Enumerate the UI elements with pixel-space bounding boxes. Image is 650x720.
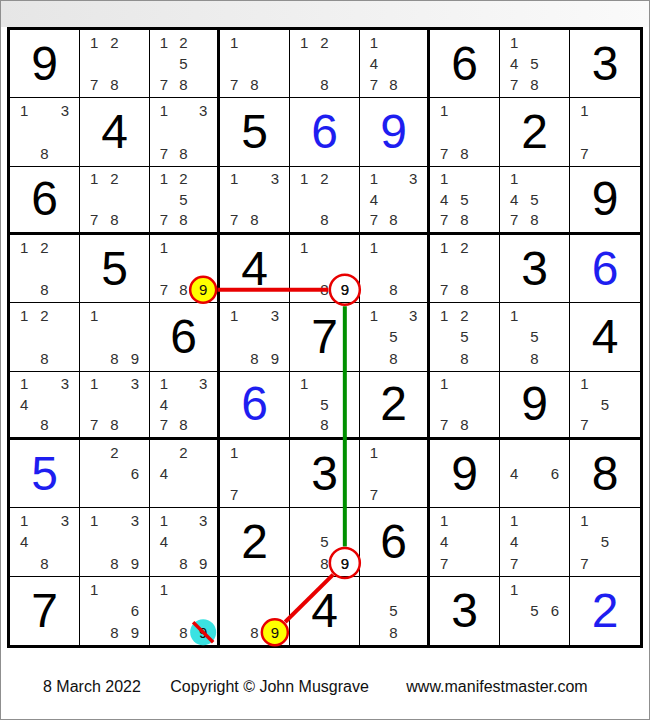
- candidate-4: 4: [504, 463, 524, 484]
- candidate-2: [595, 100, 616, 121]
- pencil-marks: 18: [360, 235, 427, 302]
- candidate-2: [34, 100, 54, 121]
- candidate-3: [475, 237, 495, 258]
- candidate-2: 2: [104, 442, 124, 463]
- candidate-7: [224, 348, 244, 369]
- cell-r4c5[interactable]: 189: [290, 235, 360, 303]
- candidate-5: [384, 189, 404, 209]
- candidate-4: [504, 326, 524, 347]
- candidate-5: [314, 53, 334, 74]
- cell-r4c3[interactable]: 1789: [150, 235, 220, 303]
- cell-r5c3[interactable]: 6: [150, 303, 220, 371]
- cell-r3c6[interactable]: 13478: [360, 167, 430, 235]
- candidate-6: [475, 121, 495, 142]
- pencil-marks: 158: [500, 303, 569, 370]
- pencil-marks: 12578: [150, 30, 217, 97]
- cell-r5c4[interactable]: 1389: [220, 303, 290, 371]
- candidate-7: 7: [434, 553, 454, 574]
- cell-r6c8[interactable]: 9: [500, 372, 570, 440]
- candidate-3: 3: [193, 100, 213, 121]
- cell-r5c6[interactable]: 1358: [360, 303, 430, 371]
- cell-r9c5[interactable]: 4: [290, 577, 360, 645]
- candidate-8: 8: [104, 74, 124, 95]
- candidate-1: 1: [154, 237, 174, 258]
- candidate-9: [55, 348, 75, 369]
- candidate-6: [475, 258, 495, 279]
- candidate-1: 1: [84, 305, 104, 326]
- candidate-3: [193, 442, 213, 463]
- candidate-9: 9: [335, 279, 355, 300]
- candidate-8: 8: [314, 553, 334, 574]
- given-digit: 6: [150, 303, 217, 370]
- pencil-marks: 46: [500, 440, 569, 507]
- candidate-8: 8: [34, 415, 54, 435]
- cell-r9c4[interactable]: 89: [220, 577, 290, 645]
- candidate-3: [545, 579, 565, 600]
- candidate-9: [193, 143, 213, 164]
- cell-r1c7[interactable]: 6: [430, 30, 500, 98]
- pencil-marks: 1348: [10, 508, 79, 575]
- cell-r1c5[interactable]: 128: [290, 30, 360, 98]
- candidate-2: [244, 32, 264, 53]
- candidate-1: 1: [84, 32, 104, 53]
- candidate-7: 7: [434, 279, 454, 300]
- candidate-4: [154, 53, 174, 74]
- candidate-6: [55, 531, 75, 552]
- cell-r2c4[interactable]: 5: [220, 98, 290, 166]
- candidate-4: [364, 463, 384, 484]
- cell-r6c1[interactable]: 1348: [10, 372, 80, 440]
- candidate-7: [14, 279, 34, 300]
- candidate-7: [504, 484, 524, 505]
- candidate-3: [545, 169, 565, 189]
- candidate-5: 5: [314, 531, 334, 552]
- candidate-2: 2: [174, 442, 194, 463]
- pencil-marks: 178: [430, 372, 499, 437]
- candidate-5: [174, 600, 194, 621]
- cell-r8c5[interactable]: 589: [290, 508, 360, 576]
- cell-r8c2[interactable]: 1389: [80, 508, 150, 576]
- candidate-8: 8: [454, 348, 474, 369]
- candidate-4: 4: [154, 531, 174, 552]
- candidate-6: [545, 53, 565, 74]
- candidate-4: 4: [434, 189, 454, 209]
- candidate-6: [193, 531, 213, 552]
- candidate-9: [125, 415, 145, 435]
- candidate-5: [34, 394, 54, 414]
- cell-r6c3[interactable]: 13478: [150, 372, 220, 440]
- candidate-7: [14, 415, 34, 435]
- candidate-3: [615, 100, 636, 121]
- candidate-8: 8: [104, 348, 124, 369]
- cell-r6c6[interactable]: 2: [360, 372, 430, 440]
- candidate-1: 1: [14, 305, 34, 326]
- candidate-1: 1: [14, 100, 34, 121]
- candidate-3: 3: [55, 510, 75, 531]
- cell-r5c5[interactable]: 7: [290, 303, 360, 371]
- pencil-marks: 14578: [500, 30, 569, 97]
- cell-r5c9[interactable]: 4: [570, 303, 640, 371]
- candidate-2: [524, 305, 544, 326]
- pencil-marks: 189: [150, 577, 217, 645]
- candidate-7: [294, 74, 314, 95]
- candidate-9: [615, 415, 636, 435]
- candidate-6: 6: [545, 463, 565, 484]
- cell-r6c5[interactable]: 158: [290, 372, 360, 440]
- candidate-2: [524, 169, 544, 189]
- candidate-7: [294, 415, 314, 435]
- candidate-7: [364, 622, 384, 643]
- candidate-9: [125, 484, 145, 505]
- candidate-8: [524, 484, 544, 505]
- cell-r6c4[interactable]: 6: [220, 372, 290, 440]
- candidate-3: [403, 32, 423, 53]
- candidate-3: [55, 237, 75, 258]
- candidate-3: [335, 510, 355, 531]
- candidate-5: [384, 258, 404, 279]
- candidate-1: 1: [294, 169, 314, 189]
- cell-r4c6[interactable]: 18: [360, 235, 430, 303]
- cell-r9c7[interactable]: 3: [430, 577, 500, 645]
- candidate-2: [524, 579, 544, 600]
- cell-r8c4[interactable]: 2: [220, 508, 290, 576]
- cell-r7c5[interactable]: 3: [290, 440, 360, 508]
- cell-r8c1[interactable]: 1348: [10, 508, 80, 576]
- candidate-7: [84, 553, 104, 574]
- candidate-7: [84, 348, 104, 369]
- pencil-marks: 17: [220, 440, 289, 507]
- cell-r1c9[interactable]: 3: [570, 30, 640, 98]
- candidate-6: [125, 53, 145, 74]
- cell-r1c2[interactable]: 1278: [80, 30, 150, 98]
- cell-r2c9[interactable]: 17: [570, 98, 640, 166]
- candidate-8: 8: [174, 74, 194, 95]
- candidate-1: 1: [434, 510, 454, 531]
- cell-r8c7[interactable]: 147: [430, 508, 500, 576]
- candidate-2: 2: [104, 169, 124, 189]
- cell-r9c8[interactable]: 156: [500, 577, 570, 645]
- candidate-4: [294, 258, 314, 279]
- candidate-2: [174, 510, 194, 531]
- cell-r9c6[interactable]: 58: [360, 577, 430, 645]
- cell-r2c2[interactable]: 4: [80, 98, 150, 166]
- cell-r3c7[interactable]: 14578: [430, 167, 500, 235]
- cell-r2c8[interactable]: 2: [500, 98, 570, 166]
- candidate-4: [294, 53, 314, 74]
- cell-r9c2[interactable]: 1689: [80, 577, 150, 645]
- candidate-2: 2: [314, 169, 334, 189]
- cell-r3c4[interactable]: 1378: [220, 167, 290, 235]
- candidate-2: [384, 305, 404, 326]
- given-digit: 7: [10, 577, 79, 645]
- candidate-3: [125, 579, 145, 600]
- candidate-7: 7: [574, 415, 595, 435]
- solved-digit: 6: [220, 372, 289, 437]
- candidate-4: [224, 463, 244, 484]
- cell-r8c6[interactable]: 6: [360, 508, 430, 576]
- candidate-3: 3: [193, 510, 213, 531]
- candidate-6: [193, 121, 213, 142]
- cell-r8c3[interactable]: 13489: [150, 508, 220, 576]
- candidate-9: [125, 210, 145, 230]
- candidate-1: 1: [364, 305, 384, 326]
- candidate-5: 5: [524, 189, 544, 209]
- pencil-marks: 1389: [220, 303, 289, 370]
- candidate-8: 8: [104, 553, 124, 574]
- candidate-3: 3: [55, 374, 75, 394]
- cell-r3c3[interactable]: 12578: [150, 167, 220, 235]
- candidate-8: 8: [524, 210, 544, 230]
- candidate-1: 1: [434, 100, 454, 121]
- candidate-6: [545, 531, 565, 552]
- candidate-7: 7: [364, 74, 384, 95]
- candidate-2: [34, 374, 54, 394]
- candidate-9: 9: [125, 348, 145, 369]
- candidate-6: [335, 258, 355, 279]
- cell-r5c2[interactable]: 189: [80, 303, 150, 371]
- candidate-5: [104, 53, 124, 74]
- pencil-marks: 1378: [220, 167, 289, 232]
- cell-r7c2[interactable]: 26: [80, 440, 150, 508]
- candidate-9: [545, 484, 565, 505]
- candidate-5: [174, 394, 194, 414]
- cell-r2c5[interactable]: 6: [290, 98, 360, 166]
- cell-r4c7[interactable]: 1278: [430, 235, 500, 303]
- pencil-marks: 1258: [430, 303, 499, 370]
- cell-r2c3[interactable]: 1378: [150, 98, 220, 166]
- pencil-marks: 128: [290, 30, 359, 97]
- candidate-3: [475, 305, 495, 326]
- candidate-6: [475, 326, 495, 347]
- given-digit: 6: [10, 167, 79, 232]
- cell-r4c8[interactable]: 3: [500, 235, 570, 303]
- candidate-5: [34, 258, 54, 279]
- cell-r8c9[interactable]: 157: [570, 508, 640, 576]
- candidate-5: 5: [174, 53, 194, 74]
- pencil-marks: 13478: [150, 372, 217, 437]
- candidate-5: [174, 531, 194, 552]
- candidate-1: 1: [224, 169, 244, 189]
- candidate-6: [55, 121, 75, 142]
- cell-r7c3[interactable]: 24: [150, 440, 220, 508]
- cell-r5c8[interactable]: 158: [500, 303, 570, 371]
- candidate-3: [125, 169, 145, 189]
- candidate-7: 7: [504, 553, 524, 574]
- cell-r7c6[interactable]: 17: [360, 440, 430, 508]
- candidate-2: [384, 237, 404, 258]
- candidate-6: 6: [545, 600, 565, 621]
- cell-r3c2[interactable]: 1278: [80, 167, 150, 235]
- candidate-2: [314, 237, 334, 258]
- candidate-6: [475, 394, 495, 414]
- candidate-3: [125, 442, 145, 463]
- candidate-6: [545, 189, 565, 209]
- candidate-1: 1: [224, 305, 244, 326]
- candidate-4: [364, 258, 384, 279]
- cell-r9c3[interactable]: 189: [150, 577, 220, 645]
- candidate-1: [84, 442, 104, 463]
- cell-r4c1[interactable]: 128: [10, 235, 80, 303]
- cell-r8c8[interactable]: 147: [500, 508, 570, 576]
- pencil-marks: 1348: [10, 372, 79, 437]
- cell-r2c1[interactable]: 138: [10, 98, 80, 166]
- candidate-4: [84, 326, 104, 347]
- candidate-4: 4: [504, 531, 524, 552]
- given-digit: 2: [500, 98, 569, 165]
- candidate-5: [174, 121, 194, 142]
- candidate-2: [174, 374, 194, 394]
- candidate-1: 1: [434, 169, 454, 189]
- candidate-9: [615, 553, 636, 574]
- candidate-4: 4: [14, 394, 34, 414]
- candidate-1: 1: [364, 169, 384, 189]
- candidate-7: [154, 622, 174, 643]
- candidate-1: 1: [84, 579, 104, 600]
- given-digit: 3: [430, 577, 499, 645]
- pencil-marks: 1278: [80, 30, 149, 97]
- cell-r4c2[interactable]: 5: [80, 235, 150, 303]
- candidate-7: 7: [504, 210, 524, 230]
- candidate-2: [104, 510, 124, 531]
- candidate-7: 7: [154, 279, 174, 300]
- cell-r7c9[interactable]: 8: [570, 440, 640, 508]
- candidate-1: [504, 442, 524, 463]
- cell-r4c9[interactable]: 6: [570, 235, 640, 303]
- cell-r1c8[interactable]: 14578: [500, 30, 570, 98]
- candidate-3: 3: [125, 510, 145, 531]
- cell-r1c3[interactable]: 12578: [150, 30, 220, 98]
- candidate-7: [84, 484, 104, 505]
- candidate-1: 1: [154, 510, 174, 531]
- candidate-2: [454, 374, 474, 394]
- candidate-4: [574, 394, 595, 414]
- candidate-8: [104, 484, 124, 505]
- candidate-2: [34, 510, 54, 531]
- candidate-2: [524, 442, 544, 463]
- cell-r6c9[interactable]: 157: [570, 372, 640, 440]
- cell-r7c8[interactable]: 46: [500, 440, 570, 508]
- cell-r1c4[interactable]: 178: [220, 30, 290, 98]
- cell-r5c1[interactable]: 128: [10, 303, 80, 371]
- given-digit: 4: [80, 98, 149, 165]
- candidate-6: [403, 189, 423, 209]
- candidate-5: [244, 463, 264, 484]
- cell-r6c2[interactable]: 1378: [80, 372, 150, 440]
- candidate-6: [403, 600, 423, 621]
- given-digit: 4: [290, 577, 359, 645]
- candidate-8: 8: [174, 279, 194, 300]
- cell-r9c9[interactable]: 2: [570, 577, 640, 645]
- cell-r7c4[interactable]: 17: [220, 440, 290, 508]
- candidate-2: [454, 169, 474, 189]
- given-digit: 8: [570, 440, 640, 507]
- candidate-3: [335, 237, 355, 258]
- cell-r3c9[interactable]: 9: [570, 167, 640, 235]
- candidate-1: 1: [364, 442, 384, 463]
- cell-r4c4[interactable]: 4: [220, 235, 290, 303]
- cell-r7c1[interactable]: 5: [10, 440, 80, 508]
- cell-r3c5[interactable]: 128: [290, 167, 360, 235]
- candidate-6: [55, 326, 75, 347]
- cell-r1c1[interactable]: 9: [10, 30, 80, 98]
- cell-r2c6[interactable]: 9: [360, 98, 430, 166]
- candidate-8: 8: [174, 622, 194, 643]
- candidate-5: 5: [524, 326, 544, 347]
- candidate-8: 8: [34, 348, 54, 369]
- candidate-3: [265, 32, 285, 53]
- candidate-1: [364, 579, 384, 600]
- cell-r5c7[interactable]: 1258: [430, 303, 500, 371]
- candidate-5: 5: [454, 326, 474, 347]
- candidate-3: 3: [125, 374, 145, 394]
- candidate-4: 4: [504, 53, 524, 74]
- candidate-8: 8: [104, 210, 124, 230]
- pencil-marks: 1278: [80, 167, 149, 232]
- cell-r3c1[interactable]: 6: [10, 167, 80, 235]
- candidate-7: 7: [224, 210, 244, 230]
- candidate-1: 1: [364, 237, 384, 258]
- given-digit: 5: [80, 235, 149, 302]
- pencil-marks: 147: [430, 508, 499, 575]
- candidate-8: 8: [524, 348, 544, 369]
- candidate-6: [335, 53, 355, 74]
- cell-r9c1[interactable]: 7: [10, 577, 80, 645]
- candidate-7: [14, 143, 34, 164]
- candidate-6: [265, 53, 285, 74]
- candidate-6: [265, 463, 285, 484]
- candidate-2: [384, 169, 404, 189]
- candidate-6: [615, 394, 636, 414]
- cell-r7c7[interactable]: 9: [430, 440, 500, 508]
- candidate-6: [335, 189, 355, 209]
- candidate-3: [335, 374, 355, 394]
- pencil-marks: 147: [500, 508, 569, 575]
- cell-r2c7[interactable]: 178: [430, 98, 500, 166]
- footer-website: www.manifestmaster.com: [406, 678, 587, 695]
- cell-r6c7[interactable]: 178: [430, 372, 500, 440]
- candidate-1: 1: [294, 237, 314, 258]
- candidate-4: [434, 258, 454, 279]
- candidate-8: 8: [104, 622, 124, 643]
- candidate-8: 8: [314, 279, 334, 300]
- candidate-7: [294, 210, 314, 230]
- candidate-4: [294, 394, 314, 414]
- given-digit: 4: [220, 235, 289, 302]
- candidate-5: [104, 600, 124, 621]
- candidate-5: [384, 463, 404, 484]
- candidate-8: 8: [314, 415, 334, 435]
- candidate-9: [193, 210, 213, 230]
- candidate-7: 7: [434, 143, 454, 164]
- candidate-7: 7: [504, 74, 524, 95]
- pencil-marks: 17: [570, 98, 640, 165]
- cell-r1c6[interactable]: 1478: [360, 30, 430, 98]
- candidate-5: [524, 463, 544, 484]
- candidate-9: 9: [193, 553, 213, 574]
- pencil-marks: 128: [10, 235, 79, 302]
- candidate-8: [384, 484, 404, 505]
- pencil-marks: 1689: [80, 577, 149, 645]
- candidate-3: [335, 32, 355, 53]
- candidate-8: 8: [244, 74, 264, 95]
- candidate-7: 7: [84, 74, 104, 95]
- cell-r3c8[interactable]: 14578: [500, 167, 570, 235]
- candidate-5: [454, 258, 474, 279]
- candidate-7: 7: [154, 143, 174, 164]
- candidate-6: [475, 189, 495, 209]
- candidate-9: [193, 484, 213, 505]
- candidate-9: [403, 484, 423, 505]
